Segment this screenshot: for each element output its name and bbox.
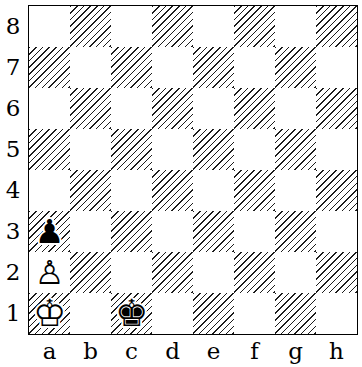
square-c5 [111,129,152,170]
file-label-b: b [70,337,111,365]
square-d5 [152,129,193,170]
square-h4 [316,170,357,211]
white-pawn: ♙ [29,252,70,293]
square-g2 [275,252,316,293]
square-d7 [152,47,193,88]
square-e8 [193,6,234,47]
file-label-f: f [234,337,275,365]
square-a4 [29,170,70,211]
file-label-d: d [152,337,193,365]
square-b3 [70,211,111,252]
rank-label-7: 7 [0,47,26,88]
file-label-c: c [111,337,152,365]
square-a8 [29,6,70,47]
square-h6 [316,88,357,129]
square-f8 [234,6,275,47]
square-g6 [275,88,316,129]
square-c3 [111,211,152,252]
square-c4 [111,170,152,211]
square-c2 [111,252,152,293]
square-e7 [193,47,234,88]
square-h2 [316,252,357,293]
square-g7 [275,47,316,88]
square-b6 [70,88,111,129]
square-f1 [234,293,275,334]
square-b2 [70,252,111,293]
square-g1 [275,293,316,334]
square-c8 [111,6,152,47]
file-label-g: g [275,337,316,365]
square-c6 [111,88,152,129]
rank-label-4: 4 [0,170,26,211]
square-h8 [316,6,357,47]
square-h5 [316,129,357,170]
square-f2 [234,252,275,293]
square-e2 [193,252,234,293]
square-f5 [234,129,275,170]
square-e5 [193,129,234,170]
square-d8 [152,6,193,47]
rank-label-3: 3 [0,211,26,252]
square-d4 [152,170,193,211]
square-c1: ♚ [111,293,152,334]
square-h7 [316,47,357,88]
black-king: ♚ [111,293,152,334]
square-b1 [70,293,111,334]
black-pawn: ♟ [29,211,70,252]
square-g5 [275,129,316,170]
square-f7 [234,47,275,88]
square-d3 [152,211,193,252]
square-a7 [29,47,70,88]
square-a6 [29,88,70,129]
square-a3: ♟ [29,211,70,252]
square-d2 [152,252,193,293]
file-label-e: e [193,337,234,365]
square-b5 [70,129,111,170]
white-king: ♔ [29,293,70,334]
square-b8 [70,6,111,47]
square-e1 [193,293,234,334]
square-f4 [234,170,275,211]
square-b4 [70,170,111,211]
square-b7 [70,47,111,88]
square-h3 [316,211,357,252]
square-a5 [29,129,70,170]
rank-label-5: 5 [0,129,26,170]
square-g3 [275,211,316,252]
chess-diagram: 87654321 ♟♙♔♚ abcdefgh [0,0,362,367]
square-a2: ♙ [29,252,70,293]
square-g4 [275,170,316,211]
rank-label-1: 1 [0,293,26,334]
square-d1 [152,293,193,334]
square-g8 [275,6,316,47]
chess-board: ♟♙♔♚ [28,5,358,335]
square-e3 [193,211,234,252]
square-e6 [193,88,234,129]
file-label-a: a [29,337,70,365]
square-a1: ♔ [29,293,70,334]
square-e4 [193,170,234,211]
square-f3 [234,211,275,252]
square-f6 [234,88,275,129]
square-h1 [316,293,357,334]
file-label-h: h [316,337,357,365]
square-c7 [111,47,152,88]
rank-label-6: 6 [0,88,26,129]
square-d6 [152,88,193,129]
rank-label-2: 2 [0,252,26,293]
rank-label-8: 8 [0,6,26,47]
